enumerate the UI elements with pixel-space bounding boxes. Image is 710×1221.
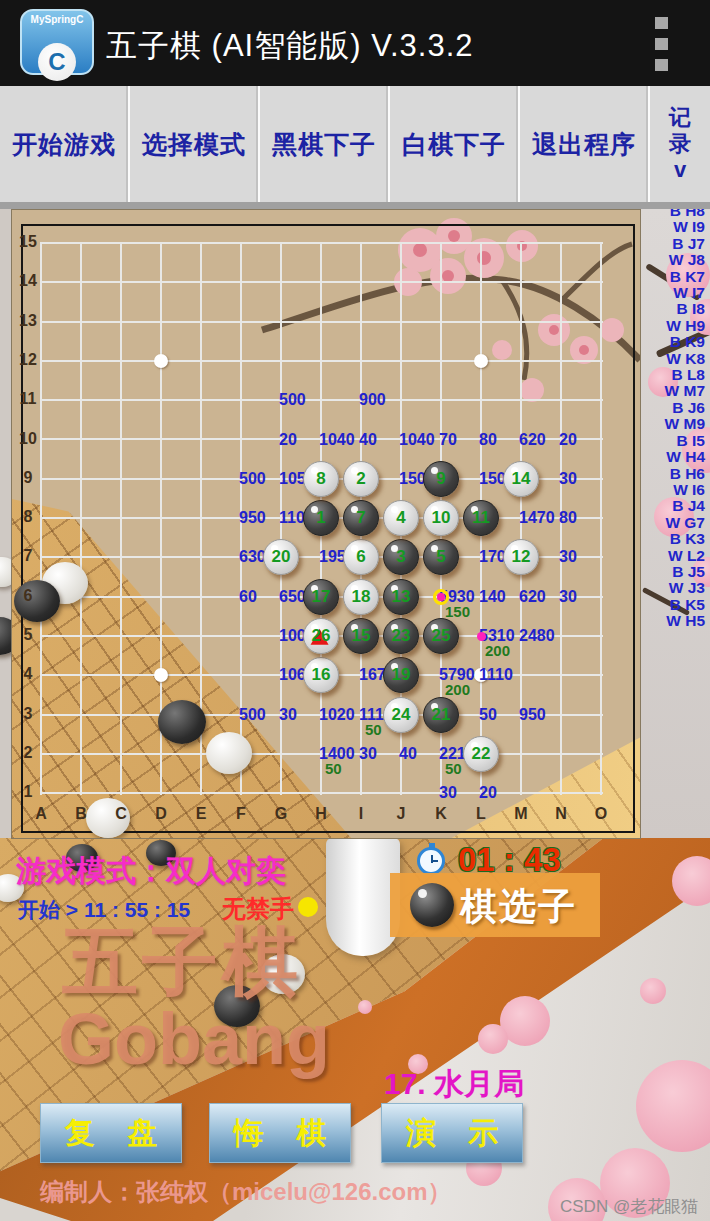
piece-selector-label: 棋选子 <box>460 882 577 932</box>
eval-label-M8: 1470 <box>519 510 555 526</box>
eval-label-N7: 30 <box>559 549 577 565</box>
dot-marker-L5 <box>477 632 486 641</box>
eval-label-M10: 620 <box>519 432 546 448</box>
eval-label-L10: 80 <box>479 432 497 448</box>
eval-label-F9: 500 <box>239 471 266 487</box>
white-stone-M9[interactable]: 14 <box>503 461 539 497</box>
record-entry: B I8 <box>638 301 708 317</box>
app-icon-brand: MySpringC <box>22 14 92 25</box>
gomoku-board-panel: 5009002010404010407080620205001050150150… <box>12 210 640 838</box>
eval-label-L1: 20 <box>479 785 497 801</box>
toolbar-button-2[interactable]: 选择模式 <box>130 86 260 202</box>
game-mode-label: 游戏模式：双人对奕 <box>16 851 286 892</box>
star-point-L12 <box>474 354 488 368</box>
eval-label-J2: 40 <box>399 746 417 762</box>
stopwatch-icon <box>416 843 448 875</box>
toolbar-record-button[interactable]: 记录v <box>650 86 710 202</box>
record-entry: W L2 <box>638 548 708 564</box>
rule-indicator-dot <box>298 897 318 917</box>
record-entry: W I6 <box>638 482 708 498</box>
eval-label-M3: 950 <box>519 707 546 723</box>
move-record-list: B H8W I9B J7W J8B K7W I7B I8W H9B K9W K8… <box>638 203 708 630</box>
eval-label-G5: 100 <box>279 628 306 644</box>
record-entry: W K8 <box>638 351 708 367</box>
eval-label-M5: 2480 <box>519 628 555 644</box>
eval-label-K1: 30 <box>439 785 457 801</box>
kebab-menu-icon[interactable] <box>655 17 669 80</box>
white-stone-I6[interactable]: 18 <box>343 579 379 615</box>
record-entry: B J4 <box>638 498 708 514</box>
record-entry: B K3 <box>638 531 708 547</box>
black-stone-J6[interactable]: 13 <box>383 579 419 615</box>
black-stone-H8[interactable]: 1 <box>303 500 339 536</box>
record-entry: B J7 <box>638 236 708 252</box>
record-entry: W G7 <box>638 515 708 531</box>
record-entry: B J6 <box>638 400 708 416</box>
black-stone-I5[interactable]: 15 <box>343 618 379 654</box>
black-stone-K5[interactable]: 25 <box>423 618 459 654</box>
star-point-D4 <box>154 668 168 682</box>
eval-label-N8: 80 <box>559 510 577 526</box>
star-point-D12 <box>154 354 168 368</box>
record-entry: B K9 <box>638 334 708 350</box>
eval-label-N9: 30 <box>559 471 577 487</box>
eval-label-J9: 150 <box>399 471 426 487</box>
black-stone-J7[interactable]: 3 <box>383 539 419 575</box>
record-entry: W I7 <box>638 285 708 301</box>
record-entry: B K7 <box>638 269 708 285</box>
eval-label-G6: 650 <box>279 589 306 605</box>
record-entry: B H6 <box>638 466 708 482</box>
white-stone-J8[interactable]: 4 <box>383 500 419 536</box>
eval-label-L9: 150 <box>479 471 506 487</box>
record-entry: B L8 <box>638 367 708 383</box>
white-stone-J3[interactable]: 24 <box>383 697 419 733</box>
toolbar: 开始游戏选择模式黑棋下子白棋下子退出程序记录v <box>0 86 710 202</box>
black-stone-I8[interactable]: 7 <box>343 500 379 536</box>
eval-label-F7: 630 <box>239 549 266 565</box>
eval-label-F6: 60 <box>239 589 257 605</box>
record-entry: W H4 <box>638 449 708 465</box>
black-stone-K7[interactable]: 5 <box>423 539 459 575</box>
white-stone-L2[interactable]: 22 <box>463 736 499 772</box>
eval-label-F8: 950 <box>239 510 266 526</box>
eval-label-F3: 500 <box>239 707 266 723</box>
eval-label-N10: 20 <box>559 432 577 448</box>
eval-label-G11: 500 <box>279 392 306 408</box>
start-time-label: 开始 > 11 : 55 : 15 <box>18 896 190 924</box>
white-stone-I9[interactable]: 2 <box>343 461 379 497</box>
white-stone-M7[interactable]: 12 <box>503 539 539 575</box>
record-entry: W I9 <box>638 219 708 235</box>
title-bar: MySpringC C 五子棋 (AI智能版) V.3.3.2 <box>0 0 710 86</box>
site-watermark: CSDN @老花眼猫 <box>560 1195 698 1218</box>
eval-label-L4: 1110 <box>479 667 513 683</box>
eval-label-L3: 50 <box>479 707 497 723</box>
eval-label-N6: 30 <box>559 589 577 605</box>
eval-label-J10: 1040 <box>399 432 435 448</box>
eval-label-I11: 900 <box>359 392 386 408</box>
record-entry: B I5 <box>638 433 708 449</box>
black-stone-K9[interactable]: 9 <box>423 461 459 497</box>
eval-label-G3: 30 <box>279 707 297 723</box>
record-entry: B K5 <box>638 597 708 613</box>
app-title: 五子棋 (AI智能版) V.3.3.2 <box>106 25 474 67</box>
round-label: 17. 水月局 <box>384 1064 524 1105</box>
black-stone-K3[interactable]: 21 <box>423 697 459 733</box>
record-entry: B J5 <box>638 564 708 580</box>
record-entry: W J8 <box>638 252 708 268</box>
black-stone-H6[interactable]: 17 <box>303 579 339 615</box>
action-button-1[interactable]: 复 盘 <box>40 1103 182 1163</box>
eval-label-H10: 1040 <box>319 432 355 448</box>
record-entry: W H9 <box>638 318 708 334</box>
eval-label-I10: 40 <box>359 432 377 448</box>
watermark-title-en: Gobang <box>58 998 330 1080</box>
white-cup <box>326 838 400 956</box>
action-button-row: 复 盘悔 棋演 示 <box>0 1103 710 1165</box>
black-stone-L8[interactable]: 11 <box>463 500 499 536</box>
left-photo-strip <box>0 209 12 838</box>
white-stone-H4[interactable]: 16 <box>303 657 339 693</box>
eval-label-M6: 620 <box>519 589 546 605</box>
white-stone-H9[interactable]: 8 <box>303 461 339 497</box>
target-marker-K6 <box>433 589 449 605</box>
record-entry: W M7 <box>638 383 708 399</box>
record-entry: W J3 <box>638 580 708 596</box>
eval-label-L6: 140 <box>479 589 506 605</box>
toolbar-button-3[interactable]: 黑棋下子 <box>260 86 390 202</box>
eval-label-L7: 170 <box>479 549 506 565</box>
toolbar-button-1[interactable]: 开始游戏 <box>0 86 130 202</box>
app-icon-letter: C <box>38 43 76 81</box>
app-icon: MySpringC C <box>20 9 94 75</box>
eval-label-H2: 140050 <box>319 746 355 762</box>
board-intersections[interactable]: 5009002010404010407080620205001050150150… <box>21 223 621 812</box>
black-stone-icon <box>410 883 454 927</box>
toolbar-button-4[interactable]: 白棋下子 <box>390 86 520 202</box>
record-entry: W M9 <box>638 416 708 432</box>
white-stone-H5[interactable]: 26 <box>303 618 339 654</box>
black-stone-J4[interactable]: 19 <box>383 657 419 693</box>
toolbar-button-5[interactable]: 退出程序 <box>520 86 650 202</box>
action-button-3[interactable]: 演 示 <box>381 1103 523 1163</box>
eval-label-G10: 20 <box>279 432 297 448</box>
white-stone-K8[interactable]: 10 <box>423 500 459 536</box>
white-stone-G7[interactable]: 20 <box>263 539 299 575</box>
eval-label-I2: 30 <box>359 746 377 762</box>
eval-label-K10: 70 <box>439 432 457 448</box>
credit-line: 编制人：张纯权（micelu@126.com） <box>40 1176 452 1208</box>
action-button-2[interactable]: 悔 棋 <box>209 1103 351 1163</box>
white-stone-I7[interactable]: 6 <box>343 539 379 575</box>
piece-selector-button[interactable]: 棋选子 <box>390 873 600 937</box>
rule-label: 无禁手 <box>222 893 294 925</box>
toolbar-shadow <box>0 202 710 209</box>
black-stone-J5[interactable]: 23 <box>383 618 419 654</box>
record-entry: W H5 <box>638 613 708 629</box>
eval-label-K4: 5790200 <box>439 667 475 683</box>
eval-label-H3: 1020 <box>319 707 355 723</box>
